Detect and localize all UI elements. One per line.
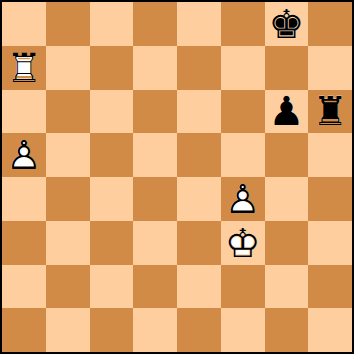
square-f7[interactable] bbox=[221, 46, 265, 90]
square-f1[interactable] bbox=[221, 308, 265, 352]
square-g6[interactable]: ♙♟ bbox=[265, 90, 309, 134]
square-f6[interactable] bbox=[221, 90, 265, 134]
square-g4[interactable] bbox=[265, 177, 309, 221]
square-d4[interactable] bbox=[133, 177, 177, 221]
square-e4[interactable] bbox=[177, 177, 221, 221]
square-f8[interactable] bbox=[221, 2, 265, 46]
square-b8[interactable] bbox=[46, 2, 90, 46]
chess-board: ♔♚♜♖♙♟♖♜♟♙♟♙♚♔ bbox=[2, 2, 352, 352]
black-king-g8[interactable]: ♔♚ bbox=[265, 2, 309, 46]
pawn-solid-icon: ♟ bbox=[265, 90, 309, 134]
square-b5[interactable] bbox=[46, 133, 90, 177]
square-a2[interactable] bbox=[2, 265, 46, 309]
square-h8[interactable] bbox=[308, 2, 352, 46]
square-c1[interactable] bbox=[90, 308, 134, 352]
white-rook-a7[interactable]: ♜♖ bbox=[2, 46, 46, 90]
square-g3[interactable] bbox=[265, 221, 309, 265]
square-e2[interactable] bbox=[177, 265, 221, 309]
square-a3[interactable] bbox=[2, 221, 46, 265]
square-e8[interactable] bbox=[177, 2, 221, 46]
square-d6[interactable] bbox=[133, 90, 177, 134]
square-a1[interactable] bbox=[2, 308, 46, 352]
rook-outline-icon: ♖ bbox=[2, 46, 46, 90]
square-c8[interactable] bbox=[90, 2, 134, 46]
pawn-outline-icon: ♙ bbox=[2, 133, 46, 177]
black-rook-h6[interactable]: ♖♜ bbox=[308, 90, 352, 134]
square-c4[interactable] bbox=[90, 177, 134, 221]
white-king-f3[interactable]: ♚♔ bbox=[221, 221, 265, 265]
king-solid-icon: ♚ bbox=[265, 2, 309, 46]
square-b7[interactable] bbox=[46, 46, 90, 90]
square-d5[interactable] bbox=[133, 133, 177, 177]
square-c2[interactable] bbox=[90, 265, 134, 309]
square-b3[interactable] bbox=[46, 221, 90, 265]
square-e3[interactable] bbox=[177, 221, 221, 265]
square-a5[interactable]: ♟♙ bbox=[2, 133, 46, 177]
white-pawn-f4[interactable]: ♟♙ bbox=[221, 177, 265, 221]
square-e1[interactable] bbox=[177, 308, 221, 352]
chess-board-frame: ♔♚♜♖♙♟♖♜♟♙♟♙♚♔ bbox=[0, 0, 354, 354]
square-a4[interactable] bbox=[2, 177, 46, 221]
square-d2[interactable] bbox=[133, 265, 177, 309]
white-pawn-a5[interactable]: ♟♙ bbox=[2, 133, 46, 177]
pawn-outline-icon: ♙ bbox=[221, 177, 265, 221]
square-f5[interactable] bbox=[221, 133, 265, 177]
square-g5[interactable] bbox=[265, 133, 309, 177]
square-h4[interactable] bbox=[308, 177, 352, 221]
square-h3[interactable] bbox=[308, 221, 352, 265]
square-b6[interactable] bbox=[46, 90, 90, 134]
square-d8[interactable] bbox=[133, 2, 177, 46]
square-f3[interactable]: ♚♔ bbox=[221, 221, 265, 265]
square-e6[interactable] bbox=[177, 90, 221, 134]
square-c5[interactable] bbox=[90, 133, 134, 177]
king-outline-icon: ♔ bbox=[221, 221, 265, 265]
square-d1[interactable] bbox=[133, 308, 177, 352]
square-a7[interactable]: ♜♖ bbox=[2, 46, 46, 90]
square-f2[interactable] bbox=[221, 265, 265, 309]
square-c6[interactable] bbox=[90, 90, 134, 134]
square-g1[interactable] bbox=[265, 308, 309, 352]
square-e7[interactable] bbox=[177, 46, 221, 90]
black-pawn-g6[interactable]: ♙♟ bbox=[265, 90, 309, 134]
square-g8[interactable]: ♔♚ bbox=[265, 2, 309, 46]
square-f4[interactable]: ♟♙ bbox=[221, 177, 265, 221]
square-h2[interactable] bbox=[308, 265, 352, 309]
square-c3[interactable] bbox=[90, 221, 134, 265]
square-g2[interactable] bbox=[265, 265, 309, 309]
square-h5[interactable] bbox=[308, 133, 352, 177]
square-a8[interactable] bbox=[2, 2, 46, 46]
square-d7[interactable] bbox=[133, 46, 177, 90]
square-h6[interactable]: ♖♜ bbox=[308, 90, 352, 134]
square-b1[interactable] bbox=[46, 308, 90, 352]
square-h7[interactable] bbox=[308, 46, 352, 90]
square-h1[interactable] bbox=[308, 308, 352, 352]
square-g7[interactable] bbox=[265, 46, 309, 90]
rook-solid-icon: ♜ bbox=[308, 90, 352, 134]
square-e5[interactable] bbox=[177, 133, 221, 177]
square-b4[interactable] bbox=[46, 177, 90, 221]
square-a6[interactable] bbox=[2, 90, 46, 134]
square-c7[interactable] bbox=[90, 46, 134, 90]
square-b2[interactable] bbox=[46, 265, 90, 309]
square-d3[interactable] bbox=[133, 221, 177, 265]
